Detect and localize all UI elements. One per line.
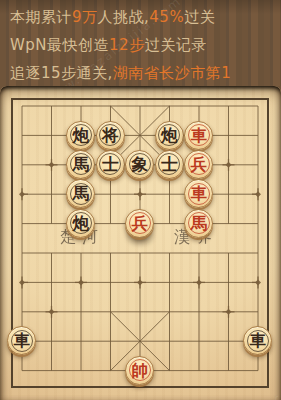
header-segment: 追逐15步通关, bbox=[10, 64, 113, 82]
piece-black-cannon[interactable]: 炮 bbox=[155, 121, 184, 150]
header-segment: 9万 bbox=[72, 8, 98, 26]
piece-black-cannon[interactable]: 炮 bbox=[66, 121, 95, 150]
piece-glyph: 車 bbox=[191, 179, 208, 208]
game-screen: 本期累计9万人挑战,45%过关 WpN最快创造12步过关记录 追逐15步通关,湖… bbox=[0, 0, 281, 400]
piece-glyph: 象 bbox=[132, 150, 149, 179]
chase-rank-line: 追逐15步通关,湖南省长沙市第1 bbox=[10, 62, 278, 84]
piece-glyph: 炮 bbox=[161, 121, 178, 150]
piece-glyph: 車 bbox=[191, 121, 208, 150]
xiangqi-board[interactable]: 楚河 漢界 炮将炮車馬士象士兵馬車炮兵馬車車帥 www.xiazaizhijia… bbox=[0, 86, 281, 400]
header-segment: 45% bbox=[149, 8, 184, 26]
event-stats-line: 本期累计9万人挑战,45%过关 bbox=[10, 6, 278, 28]
header-segment: WpN最快创造 bbox=[10, 36, 109, 54]
header-segment: 12步 bbox=[109, 36, 145, 54]
piece-glyph: 兵 bbox=[132, 209, 149, 238]
piece-red-chariot[interactable]: 車 bbox=[184, 121, 213, 150]
piece-glyph: 炮 bbox=[73, 121, 90, 150]
header-segment: 过关记录 bbox=[145, 36, 207, 54]
piece-glyph: 馬 bbox=[73, 150, 90, 179]
piece-glyph: 馬 bbox=[191, 209, 208, 238]
header-segment: 本期累计 bbox=[10, 8, 72, 26]
piece-black-chariot[interactable]: 車 bbox=[243, 326, 272, 355]
piece-red-soldier[interactable]: 兵 bbox=[125, 209, 154, 238]
piece-red-general[interactable]: 帥 bbox=[125, 356, 154, 385]
piece-glyph: 帥 bbox=[132, 356, 149, 385]
piece-glyph: 士 bbox=[161, 150, 178, 179]
piece-black-horse[interactable]: 馬 bbox=[66, 150, 95, 179]
piece-glyph: 兵 bbox=[191, 150, 208, 179]
piece-glyph: 車 bbox=[250, 326, 267, 355]
piece-black-general[interactable]: 将 bbox=[96, 121, 125, 150]
piece-glyph: 馬 bbox=[73, 179, 90, 208]
piece-glyph: 炮 bbox=[73, 209, 90, 238]
piece-red-horse[interactable]: 馬 bbox=[184, 209, 213, 238]
piece-black-elephant[interactable]: 象 bbox=[125, 150, 154, 179]
piece-red-soldier[interactable]: 兵 bbox=[184, 150, 213, 179]
header-segment: 湖南省长沙市第1 bbox=[113, 64, 232, 82]
piece-black-horse[interactable]: 馬 bbox=[66, 179, 95, 208]
event-info-panel: 本期累计9万人挑战,45%过关 WpN最快创造12步过关记录 追逐15步通关,湖… bbox=[0, 0, 281, 86]
header-segment: 过关 bbox=[184, 8, 215, 26]
piece-black-cannon[interactable]: 炮 bbox=[66, 209, 95, 238]
piece-glyph: 将 bbox=[102, 121, 119, 150]
piece-glyph: 士 bbox=[102, 150, 119, 179]
record-line: WpN最快创造12步过关记录 bbox=[10, 34, 278, 56]
piece-black-advisor[interactable]: 士 bbox=[155, 150, 184, 179]
piece-black-advisor[interactable]: 士 bbox=[96, 150, 125, 179]
pieces-layer: 炮将炮車馬士象士兵馬車炮兵馬車車帥 bbox=[7, 91, 273, 385]
piece-red-chariot[interactable]: 車 bbox=[184, 179, 213, 208]
header-segment: 人挑战, bbox=[98, 8, 150, 26]
piece-black-chariot[interactable]: 車 bbox=[7, 326, 36, 355]
piece-glyph: 車 bbox=[14, 326, 31, 355]
